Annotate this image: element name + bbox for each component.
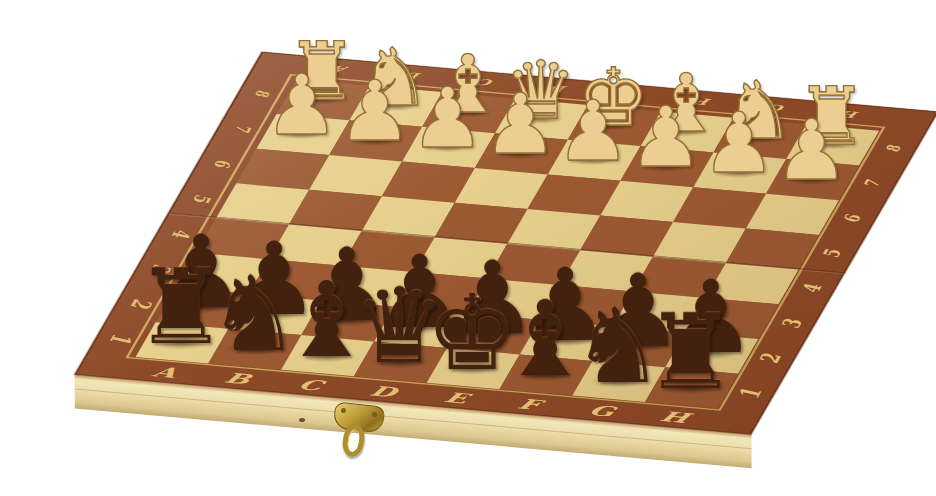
rank-label-right-3: 3	[775, 315, 809, 333]
rank-label-right-8: 8	[879, 140, 907, 158]
rank-label-left-6: 6	[207, 154, 237, 172]
piece-white-pawn-b7[interactable]: ♟	[337, 70, 412, 153]
rank-label-right-2: 2	[754, 350, 789, 368]
piece-white-pawn-h7[interactable]: ♟	[774, 109, 849, 192]
piece-white-pawn-e7[interactable]: ♟	[556, 89, 631, 172]
clasp-screw	[372, 412, 377, 417]
rank-label-left-7: 7	[228, 119, 257, 137]
piece-white-pawn-g7[interactable]: ♟	[701, 102, 776, 185]
clasp-screw	[341, 408, 346, 413]
piece-white-pawn-d7[interactable]: ♟	[483, 83, 558, 166]
piece-black-rook-h1[interactable]: ♜	[644, 300, 737, 404]
piece-white-pawn-c7[interactable]: ♟	[410, 77, 485, 160]
piece-white-pawn-f7[interactable]: ♟	[629, 96, 704, 179]
product-photo-scene: AA11BB22CC33DD44EE55FF66GG77HH88 ♜♞♝♛♚♝♞…	[0, 0, 936, 496]
rank-label-right-1: 1	[733, 385, 770, 404]
rank-label-right-7: 7	[858, 175, 887, 193]
rank-label-right-4: 4	[795, 280, 828, 298]
wood-knot	[299, 418, 305, 422]
piece-white-pawn-a7[interactable]: ♟	[265, 64, 340, 147]
rank-label-left-5: 5	[186, 189, 217, 207]
rank-label-right-5: 5	[816, 245, 847, 263]
rank-label-right-6: 6	[837, 210, 867, 228]
